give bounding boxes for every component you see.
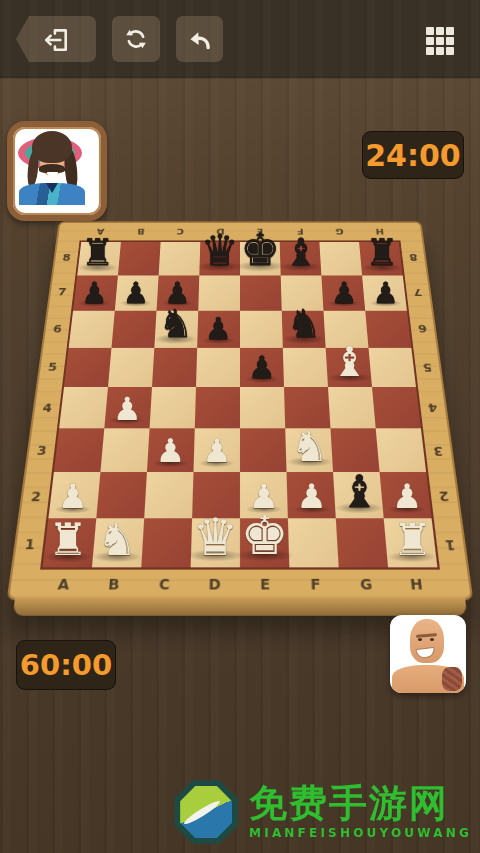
banner-subtitle: MIANFEISHOUYOUWANG bbox=[249, 826, 472, 840]
square-d4[interactable] bbox=[195, 387, 240, 428]
square-h6[interactable] bbox=[365, 311, 411, 348]
white-pawn-d3[interactable]: ♟ bbox=[202, 435, 231, 468]
white-rook-a1[interactable]: ♜ bbox=[48, 518, 88, 563]
white-pawn-c3[interactable]: ♟ bbox=[156, 435, 185, 468]
square-h5[interactable] bbox=[369, 348, 416, 387]
opponent-clock: 24:00 bbox=[362, 131, 464, 179]
chess-game-screen: 24:00 ABCDEFGH 87654321 87654321 ABCDEFG… bbox=[0, 0, 480, 853]
black-pawn-g7[interactable]: ♟ bbox=[331, 278, 357, 307]
square-c1[interactable] bbox=[141, 518, 192, 567]
octagon-leaf-wave-logo bbox=[173, 779, 239, 845]
logout-arrow-icon bbox=[41, 25, 71, 53]
square-d7[interactable] bbox=[198, 275, 240, 310]
rotate-refresh-icon bbox=[123, 26, 149, 52]
square-e7[interactable] bbox=[240, 275, 282, 310]
black-pawn-d6[interactable]: ♟ bbox=[205, 314, 232, 344]
white-pawn-h2[interactable]: ♟ bbox=[392, 480, 422, 514]
square-c4[interactable] bbox=[150, 387, 196, 428]
square-f1[interactable] bbox=[288, 518, 339, 567]
square-b3[interactable] bbox=[100, 428, 149, 472]
square-a3[interactable] bbox=[54, 428, 104, 472]
square-e3[interactable] bbox=[240, 428, 287, 472]
square-e4[interactable] bbox=[240, 387, 285, 428]
black-rook-h8[interactable]: ♜ bbox=[366, 235, 399, 272]
black-knight-f6[interactable]: ♞ bbox=[287, 305, 322, 344]
square-e6[interactable] bbox=[240, 311, 283, 348]
black-pawn-a7[interactable]: ♟ bbox=[81, 278, 107, 307]
white-knight-f3[interactable]: ♞ bbox=[291, 426, 329, 468]
exit-button[interactable] bbox=[16, 16, 96, 62]
eye bbox=[430, 638, 434, 641]
square-h3[interactable] bbox=[376, 428, 426, 472]
black-bishop-g2[interactable]: ♝ bbox=[339, 469, 379, 514]
eye bbox=[418, 638, 422, 641]
file-labels-bottom: ABCDEFGH bbox=[37, 570, 444, 598]
black-bishop-f8[interactable]: ♝ bbox=[284, 235, 318, 273]
black-knight-c6[interactable]: ♞ bbox=[158, 305, 193, 344]
undo-arrow-icon bbox=[187, 26, 213, 52]
opponent-avatar bbox=[7, 121, 107, 221]
black-pawn-e5[interactable]: ♟ bbox=[248, 352, 276, 383]
grid-menu-icon bbox=[426, 27, 434, 35]
square-a5[interactable] bbox=[64, 348, 111, 387]
square-b2[interactable] bbox=[96, 472, 147, 518]
white-queen-d1[interactable]: ♛ bbox=[192, 511, 238, 563]
white-bishop-g5[interactable]: ♝ bbox=[331, 342, 368, 383]
white-king-e1[interactable]: ♚ bbox=[241, 509, 289, 563]
square-h4[interactable] bbox=[372, 387, 421, 428]
square-c5[interactable] bbox=[152, 348, 197, 387]
white-pawn-a2[interactable]: ♟ bbox=[58, 480, 88, 514]
square-g4[interactable] bbox=[328, 387, 376, 428]
square-a6[interactable] bbox=[69, 311, 115, 348]
grid-menu-button[interactable] bbox=[426, 27, 456, 55]
black-king-e8[interactable]: ♚ bbox=[240, 228, 280, 272]
hair bbox=[32, 131, 72, 163]
square-b8[interactable] bbox=[118, 242, 161, 276]
black-queen-d8[interactable]: ♛ bbox=[201, 230, 239, 272]
square-b6[interactable] bbox=[111, 311, 156, 348]
white-rook-h1[interactable]: ♜ bbox=[392, 518, 432, 563]
square-g1[interactable] bbox=[336, 518, 388, 567]
square-d5[interactable] bbox=[196, 348, 240, 387]
banner-title: 免费手游网 bbox=[249, 784, 449, 824]
watermark-banner: 免费手游网 MIANFEISHOUYOUWANG bbox=[173, 779, 472, 845]
white-knight-b1[interactable]: ♞ bbox=[97, 518, 137, 563]
white-pawn-b4[interactable]: ♟ bbox=[113, 393, 142, 425]
smile bbox=[47, 172, 58, 177]
square-g8[interactable] bbox=[319, 242, 362, 276]
undo-button[interactable] bbox=[176, 16, 223, 62]
player-clock: 60:00 bbox=[16, 640, 116, 690]
black-pawn-b7[interactable]: ♟ bbox=[123, 278, 149, 307]
square-a4[interactable] bbox=[59, 387, 108, 428]
player-avatar bbox=[390, 615, 466, 693]
white-pawn-f2[interactable]: ♟ bbox=[297, 480, 327, 514]
square-b5[interactable] bbox=[108, 348, 154, 387]
square-c2[interactable] bbox=[144, 472, 193, 518]
shoulder-tattoo bbox=[442, 667, 462, 691]
square-c8[interactable] bbox=[159, 242, 201, 276]
rotate-refresh-button[interactable] bbox=[112, 16, 160, 62]
top-toolbar bbox=[0, 0, 480, 78]
square-f5[interactable] bbox=[283, 348, 328, 387]
black-pawn-h7[interactable]: ♟ bbox=[373, 278, 399, 307]
black-rook-a8[interactable]: ♜ bbox=[81, 235, 114, 272]
